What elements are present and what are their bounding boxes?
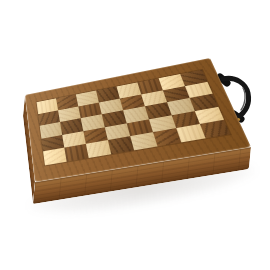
square-a1: [43, 148, 66, 165]
square-b1: [64, 144, 88, 162]
square-c1: [86, 140, 111, 158]
square-h1: [200, 120, 230, 138]
product-photo-scene: [0, 0, 270, 270]
